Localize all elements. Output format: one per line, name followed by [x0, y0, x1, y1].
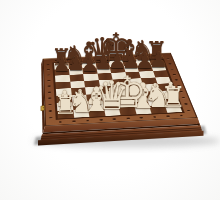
piece-white-bishop[interactable]: ♝: [82, 83, 112, 117]
piece-black-pawn[interactable]: ♟: [149, 49, 168, 70]
pieces-layer: ♜♞♝♛♚♝♞♜♟♟♟♟♟♟♟♟♟♟♟♟♟♟♟♟♜♞♝♛♚♝♞♜: [0, 0, 220, 200]
piece-black-pawn[interactable]: ♟: [53, 55, 71, 75]
piece-white-rook[interactable]: ♜: [160, 83, 186, 112]
chess-set-product-photo: ♜♞♝♛♚♝♞♜♟♟♟♟♟♟♟♟♟♟♟♟♟♟♟♟♜♞♝♛♚♝♞♜: [0, 0, 220, 200]
piece-white-rook[interactable]: ♜: [54, 91, 77, 117]
piece-black-pawn[interactable]: ♟: [81, 53, 99, 73]
